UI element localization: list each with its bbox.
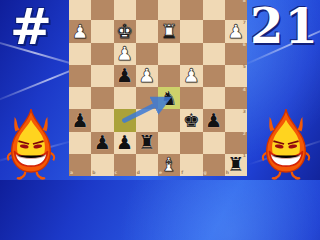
square-g4[interactable] — [203, 87, 225, 109]
square-b6[interactable] — [91, 43, 113, 65]
square-a1[interactable]: a — [69, 154, 91, 176]
square-f5[interactable]: ♟ — [180, 65, 202, 87]
square-c6[interactable]: ♟ — [114, 43, 136, 65]
square-f2[interactable] — [180, 132, 202, 154]
piece-black-knight[interactable]: ♞ — [158, 87, 180, 109]
flame-mascot-icon — [2, 108, 60, 180]
file-label: d — [137, 171, 140, 176]
square-d3[interactable] — [136, 109, 158, 131]
file-label: c — [115, 171, 118, 176]
square-b1[interactable]: b — [91, 154, 113, 176]
rank-label: 6 — [243, 43, 246, 48]
square-d1[interactable]: d — [136, 154, 158, 176]
rank-label: 2 — [243, 132, 246, 137]
square-f1[interactable]: f — [180, 154, 202, 176]
square-g3[interactable]: ♟ — [203, 109, 225, 131]
square-c8[interactable] — [114, 0, 136, 20]
square-a8[interactable] — [69, 0, 91, 20]
piece-black-rook[interactable]: ♜ — [225, 154, 247, 176]
square-h8[interactable]: 8 — [225, 0, 247, 20]
square-e2[interactable] — [158, 132, 180, 154]
square-e8[interactable] — [158, 0, 180, 20]
square-b8[interactable] — [91, 0, 113, 20]
file-label: g — [204, 171, 207, 176]
piece-white-pawn[interactable]: ♟ — [114, 43, 136, 65]
piece-white-bishop[interactable]: ♝ — [158, 154, 180, 176]
rank-label: 5 — [243, 65, 246, 70]
square-h5[interactable]: 5 — [225, 65, 247, 87]
square-g2[interactable] — [203, 132, 225, 154]
square-f8[interactable] — [180, 0, 202, 20]
square-g6[interactable] — [203, 43, 225, 65]
square-a6[interactable] — [69, 43, 91, 65]
square-d8[interactable] — [136, 0, 158, 20]
square-a4[interactable] — [69, 87, 91, 109]
square-a2[interactable] — [69, 132, 91, 154]
square-g7[interactable] — [203, 20, 225, 42]
square-f3[interactable]: ♚ — [180, 109, 202, 131]
piece-black-pawn[interactable]: ♟ — [114, 132, 136, 154]
square-c5[interactable]: ♟ — [114, 65, 136, 87]
square-e7[interactable]: ♜ — [158, 20, 180, 42]
square-b5[interactable] — [91, 65, 113, 87]
square-b2[interactable]: ♟ — [91, 132, 113, 154]
square-c7[interactable]: ♚ — [114, 20, 136, 42]
file-label: b — [92, 171, 95, 176]
piece-white-rook[interactable]: ♜ — [158, 20, 180, 42]
square-e4[interactable]: ♞ — [158, 87, 180, 109]
square-c2[interactable]: ♟ — [114, 132, 136, 154]
square-g5[interactable] — [203, 65, 225, 87]
file-label: f — [181, 171, 183, 176]
puzzle-number: 21 — [250, 2, 319, 50]
square-h7[interactable]: 7♟ — [225, 20, 247, 42]
piece-black-king[interactable]: ♚ — [180, 109, 202, 131]
square-e1[interactable]: e♝ — [158, 154, 180, 176]
square-g1[interactable]: g — [203, 154, 225, 176]
square-h3[interactable]: 3 — [225, 109, 247, 131]
piece-black-pawn[interactable]: ♟ — [69, 109, 91, 131]
square-h4[interactable]: 4 — [225, 87, 247, 109]
rank-label: 4 — [243, 88, 246, 93]
rank-label: 8 — [243, 0, 246, 3]
piece-white-pawn[interactable]: ♟ — [225, 20, 247, 42]
square-e3[interactable] — [158, 109, 180, 131]
square-g8[interactable] — [203, 0, 225, 20]
square-h1[interactable]: 1h♜ — [225, 154, 247, 176]
square-f4[interactable] — [180, 87, 202, 109]
piece-black-rook[interactable]: ♜ — [136, 132, 158, 154]
square-f7[interactable] — [180, 20, 202, 42]
square-d2[interactable]: ♜ — [136, 132, 158, 154]
square-c4[interactable] — [114, 87, 136, 109]
rank-label: 3 — [243, 110, 246, 115]
square-c3[interactable] — [114, 109, 136, 131]
piece-black-pawn[interactable]: ♟ — [114, 65, 136, 87]
piece-white-pawn[interactable]: ♟ — [180, 65, 202, 87]
square-a5[interactable] — [69, 65, 91, 87]
square-d7[interactable] — [136, 20, 158, 42]
piece-white-pawn[interactable]: ♟ — [136, 65, 158, 87]
checkmate-hash-symbol: # — [10, 2, 52, 52]
chess-board[interactable]: 8♟♚♜7♟♟6♟♟♟5♞4♟♚♟3♟♟♜2abcde♝fg1h♜ — [69, 0, 247, 176]
square-f6[interactable] — [180, 43, 202, 65]
square-h2[interactable]: 2 — [225, 132, 247, 154]
square-a7[interactable]: ♟ — [69, 20, 91, 42]
square-d5[interactable]: ♟ — [136, 65, 158, 87]
square-b7[interactable] — [91, 20, 113, 42]
square-b4[interactable] — [91, 87, 113, 109]
square-c1[interactable]: c — [114, 154, 136, 176]
piece-black-pawn[interactable]: ♟ — [203, 109, 225, 131]
square-a3[interactable]: ♟ — [69, 109, 91, 131]
square-e5[interactable] — [158, 65, 180, 87]
piece-white-pawn[interactable]: ♟ — [69, 20, 91, 42]
square-d4[interactable] — [136, 87, 158, 109]
piece-black-pawn[interactable]: ♟ — [91, 132, 113, 154]
square-h6[interactable]: 6 — [225, 43, 247, 65]
flame-mascot-icon — [257, 108, 315, 180]
square-b3[interactable] — [91, 109, 113, 131]
piece-white-king[interactable]: ♚ — [114, 20, 136, 42]
square-e6[interactable] — [158, 43, 180, 65]
square-d6[interactable] — [136, 43, 158, 65]
file-label: a — [70, 171, 73, 176]
